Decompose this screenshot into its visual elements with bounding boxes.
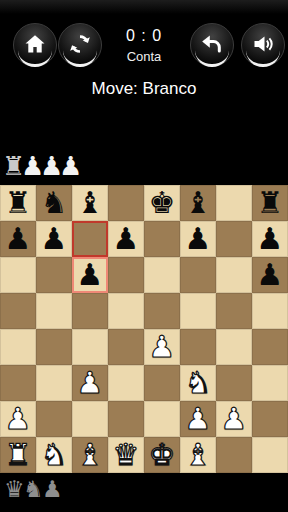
square-c5[interactable]	[72, 293, 108, 329]
square-h2[interactable]	[252, 401, 288, 437]
black-rook-piece: ♜	[5, 185, 32, 221]
captured-black-queen-piece: ♛	[4, 474, 23, 504]
square-e8[interactable]: ♚	[144, 185, 180, 221]
square-c6[interactable]: ♟	[72, 257, 108, 293]
square-b6[interactable]	[36, 257, 72, 293]
square-g5[interactable]	[216, 293, 252, 329]
square-h6[interactable]: ♟	[252, 257, 288, 293]
square-c2[interactable]	[72, 401, 108, 437]
square-a3[interactable]	[0, 365, 36, 401]
square-d1[interactable]: ♛	[108, 437, 144, 473]
square-d7[interactable]: ♟	[108, 221, 144, 257]
black-pawn-piece: ♟	[41, 221, 68, 257]
square-c1[interactable]: ♝	[72, 437, 108, 473]
black-pawn-piece: ♟	[257, 257, 284, 293]
black-bishop-piece: ♝	[185, 185, 212, 221]
square-f4[interactable]	[180, 329, 216, 365]
undo-button[interactable]	[190, 23, 234, 67]
square-e4[interactable]: ♟	[144, 329, 180, 365]
square-d5[interactable]	[108, 293, 144, 329]
square-f8[interactable]: ♝	[180, 185, 216, 221]
square-d4[interactable]	[108, 329, 144, 365]
black-king-piece: ♚	[149, 185, 176, 221]
square-f1[interactable]: ♝	[180, 437, 216, 473]
white-bishop-piece: ♝	[185, 437, 212, 473]
square-a8[interactable]: ♜	[0, 185, 36, 221]
refresh-button[interactable]	[58, 23, 102, 67]
move-indicator: Move: Branco	[0, 79, 288, 99]
square-b2[interactable]	[36, 401, 72, 437]
white-rook-piece: ♜	[5, 437, 32, 473]
square-e3[interactable]	[144, 365, 180, 401]
score-label: Conta	[99, 49, 189, 64]
captured-white-pawn-piece: ♟	[40, 150, 59, 182]
score-text: 0 : 0	[99, 27, 189, 45]
square-g6[interactable]	[216, 257, 252, 293]
white-queen-piece: ♛	[113, 437, 140, 473]
home-button[interactable]	[13, 23, 57, 67]
square-a5[interactable]	[0, 293, 36, 329]
chess-board: ♜♞♝♚♝♜♟♟♟♟♟♟♟♟♟♞♟♟♟♜♞♝♛♚♝	[0, 185, 288, 473]
square-g3[interactable]	[216, 365, 252, 401]
square-b5[interactable]	[36, 293, 72, 329]
square-e1[interactable]: ♚	[144, 437, 180, 473]
square-c3[interactable]: ♟	[72, 365, 108, 401]
square-h3[interactable]	[252, 365, 288, 401]
square-d6[interactable]	[108, 257, 144, 293]
square-g4[interactable]	[216, 329, 252, 365]
white-pawn-piece: ♟	[5, 401, 32, 437]
black-pawn-piece: ♟	[185, 221, 212, 257]
white-pawn-piece: ♟	[185, 401, 212, 437]
square-f2[interactable]: ♟	[180, 401, 216, 437]
square-e7[interactable]	[144, 221, 180, 257]
black-pawn-piece: ♟	[257, 221, 284, 257]
square-b3[interactable]	[36, 365, 72, 401]
captured-white-rook-piece: ♜	[2, 150, 21, 182]
square-h4[interactable]	[252, 329, 288, 365]
square-a4[interactable]	[0, 329, 36, 365]
square-d8[interactable]	[108, 185, 144, 221]
black-rook-piece: ♜	[257, 185, 284, 221]
square-h7[interactable]: ♟	[252, 221, 288, 257]
square-h8[interactable]: ♜	[252, 185, 288, 221]
captured-black-knight-piece: ♞	[23, 474, 42, 504]
square-e2[interactable]	[144, 401, 180, 437]
top-fade	[0, 0, 288, 14]
square-c8[interactable]: ♝	[72, 185, 108, 221]
captured-white-pawn-piece: ♟	[59, 150, 78, 182]
white-pawn-piece: ♟	[149, 329, 176, 365]
white-king-piece: ♚	[149, 437, 176, 473]
square-a1[interactable]: ♜	[0, 437, 36, 473]
square-e5[interactable]	[144, 293, 180, 329]
square-f5[interactable]	[180, 293, 216, 329]
black-knight-piece: ♞	[41, 185, 68, 221]
square-c4[interactable]	[72, 329, 108, 365]
square-b8[interactable]: ♞	[36, 185, 72, 221]
white-pawn-piece: ♟	[77, 365, 104, 401]
square-f6[interactable]	[180, 257, 216, 293]
square-a6[interactable]	[0, 257, 36, 293]
square-a7[interactable]: ♟	[0, 221, 36, 257]
square-a2[interactable]: ♟	[0, 401, 36, 437]
square-b1[interactable]: ♞	[36, 437, 72, 473]
square-g2[interactable]: ♟	[216, 401, 252, 437]
captured-black-tray: ♛♞♟	[4, 474, 61, 504]
captured-white-pawn-piece: ♟	[21, 150, 40, 182]
square-b4[interactable]	[36, 329, 72, 365]
square-g1[interactable]	[216, 437, 252, 473]
captured-white-tray: ♜♟♟♟	[2, 150, 78, 182]
white-pawn-piece: ♟	[221, 401, 248, 437]
captured-black-pawn-piece: ♟	[42, 474, 61, 504]
square-f3[interactable]: ♞	[180, 365, 216, 401]
black-bishop-piece: ♝	[77, 185, 104, 221]
square-d3[interactable]	[108, 365, 144, 401]
square-f7[interactable]: ♟	[180, 221, 216, 257]
square-g8[interactable]	[216, 185, 252, 221]
speaker-button[interactable]	[241, 23, 285, 67]
square-h1[interactable]	[252, 437, 288, 473]
square-b7[interactable]: ♟	[36, 221, 72, 257]
white-bishop-piece: ♝	[77, 437, 104, 473]
black-pawn-piece: ♟	[113, 221, 140, 257]
square-d2[interactable]	[108, 401, 144, 437]
square-h5[interactable]	[252, 293, 288, 329]
square-c7[interactable]	[72, 221, 108, 257]
square-e6[interactable]	[144, 257, 180, 293]
square-g7[interactable]	[216, 221, 252, 257]
white-knight-piece: ♞	[41, 437, 68, 473]
white-knight-piece: ♞	[185, 365, 212, 401]
black-pawn-piece: ♟	[77, 257, 104, 293]
black-pawn-piece: ♟	[5, 221, 32, 257]
